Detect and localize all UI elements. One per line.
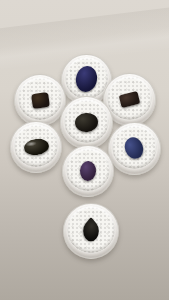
gem-jar-bottom xyxy=(63,203,119,259)
gem-jar-mid-bottom xyxy=(62,145,114,197)
gem-jar-center xyxy=(60,96,113,149)
gem-jar-lower-right xyxy=(108,122,161,175)
gem-jar-lower-left xyxy=(10,121,62,173)
gem-jar-upper-left xyxy=(14,74,66,126)
gemstone-upper-left xyxy=(31,91,50,108)
gemstone-display-photo xyxy=(0,0,169,300)
